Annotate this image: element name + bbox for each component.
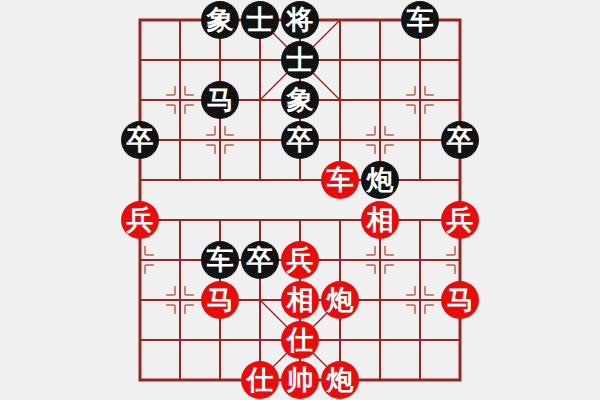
piece-black-elephant[interactable]: 象: [201, 1, 239, 39]
piece-red-advisor[interactable]: 仕: [241, 361, 279, 399]
xiangqi-board: 象士将车士马象卒卒卒车炮兵相兵车卒兵马相炮马仕仕帅炮: [0, 0, 600, 400]
pieces-layer: 象士将车士马象卒卒卒车炮兵相兵车卒兵马相炮马仕仕帅炮: [0, 0, 600, 400]
piece-red-general[interactable]: 帅: [281, 361, 319, 399]
piece-black-pawn[interactable]: 卒: [441, 121, 479, 159]
piece-black-chariot[interactable]: 车: [401, 1, 439, 39]
piece-red-horse[interactable]: 马: [441, 281, 479, 319]
piece-black-elephant[interactable]: 象: [281, 81, 319, 119]
piece-black-pawn[interactable]: 卒: [241, 241, 279, 279]
piece-red-chariot[interactable]: 车: [321, 161, 359, 199]
piece-red-cannon[interactable]: 炮: [321, 281, 359, 319]
piece-red-advisor[interactable]: 仕: [281, 321, 319, 359]
piece-black-advisor[interactable]: 士: [241, 1, 279, 39]
piece-red-pawn[interactable]: 兵: [121, 201, 159, 239]
piece-red-elephant[interactable]: 相: [361, 201, 399, 239]
piece-red-pawn[interactable]: 兵: [441, 201, 479, 239]
piece-black-chariot[interactable]: 车: [201, 241, 239, 279]
piece-black-horse[interactable]: 马: [201, 81, 239, 119]
piece-red-elephant[interactable]: 相: [281, 281, 319, 319]
piece-red-pawn[interactable]: 兵: [281, 241, 319, 279]
piece-red-cannon[interactable]: 炮: [321, 361, 359, 399]
piece-black-advisor[interactable]: 士: [281, 41, 319, 79]
piece-black-pawn[interactable]: 卒: [121, 121, 159, 159]
piece-black-cannon[interactable]: 炮: [361, 161, 399, 199]
piece-black-pawn[interactable]: 卒: [281, 121, 319, 159]
piece-red-horse[interactable]: 马: [201, 281, 239, 319]
piece-black-general[interactable]: 将: [281, 1, 319, 39]
